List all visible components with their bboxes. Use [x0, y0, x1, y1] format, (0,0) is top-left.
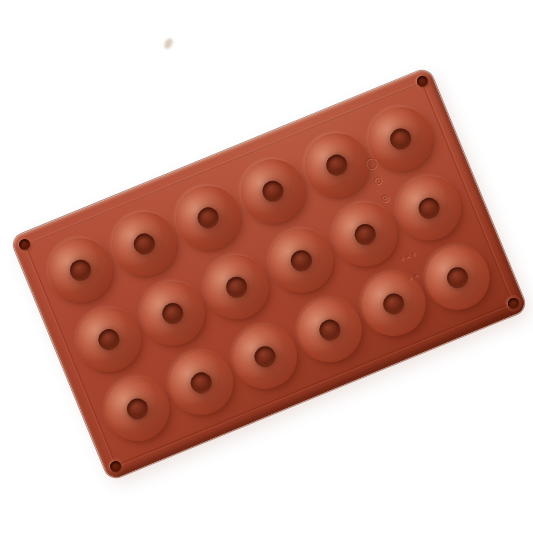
donut-dimple [188, 369, 215, 396]
donut-dimple [352, 221, 379, 248]
donut-dimple [380, 291, 407, 318]
donut-dimple [95, 326, 122, 353]
donut-dimple [287, 247, 314, 274]
donut-dimple [130, 230, 157, 257]
donut-dimple [416, 195, 443, 222]
donut-dimple [124, 396, 151, 423]
donut-dimple [259, 177, 286, 204]
donut-dimple [223, 273, 250, 300]
donut-dimple [66, 256, 93, 283]
donut-dimple [252, 343, 279, 370]
donut-dimple [195, 204, 222, 231]
donut-dimple [159, 300, 186, 327]
donut-grid [10, 67, 428, 239]
donut-dimple [316, 317, 343, 344]
donut-dimple [387, 125, 414, 152]
silicone-donut-mold: ◯⊙⊕∗∗∗∗∗ [10, 67, 528, 481]
photo-canvas: ◯⊙⊕∗∗∗∗∗ [0, 0, 533, 533]
donut-dimple [323, 151, 350, 178]
donut-dimple [444, 264, 471, 291]
dust-speck [163, 37, 174, 50]
